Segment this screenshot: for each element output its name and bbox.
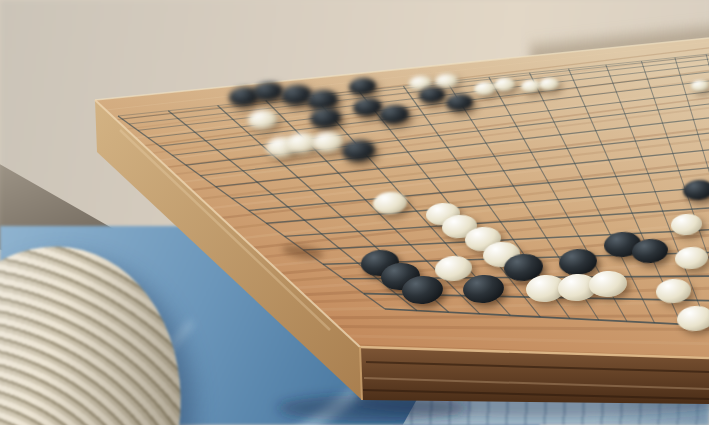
go-stone-white[interactable]: [473, 81, 496, 96]
go-stone-white[interactable]: [433, 254, 472, 282]
go-stone-black[interactable]: [341, 138, 376, 162]
go-stone-black[interactable]: [252, 80, 284, 102]
go-stone-black[interactable]: [348, 76, 376, 95]
go-stone-black[interactable]: [558, 247, 598, 276]
go-stone-white[interactable]: [670, 212, 703, 236]
go-stone-white[interactable]: [493, 77, 515, 92]
go-stone-white[interactable]: [539, 77, 560, 91]
go-photo-scene: [0, 0, 709, 425]
go-stone-black[interactable]: [461, 273, 504, 304]
go-stone-white[interactable]: [674, 246, 709, 271]
go-stone-black[interactable]: [309, 107, 342, 130]
go-stone-white[interactable]: [247, 108, 278, 129]
go-stone-black[interactable]: [418, 86, 445, 104]
go-stone-black[interactable]: [445, 92, 473, 111]
go-stone-black[interactable]: [352, 97, 382, 117]
go-stone-black[interactable]: [378, 103, 410, 125]
go-stone-white[interactable]: [372, 191, 408, 216]
go-stone-white[interactable]: [588, 269, 628, 298]
go-stone-white[interactable]: [655, 278, 692, 305]
go-stone-white[interactable]: [691, 79, 709, 92]
go-stone-black[interactable]: [682, 179, 709, 202]
go-stone-white[interactable]: [311, 131, 344, 154]
stones-layer: [0, 0, 709, 425]
go-stone-white[interactable]: [675, 304, 709, 332]
